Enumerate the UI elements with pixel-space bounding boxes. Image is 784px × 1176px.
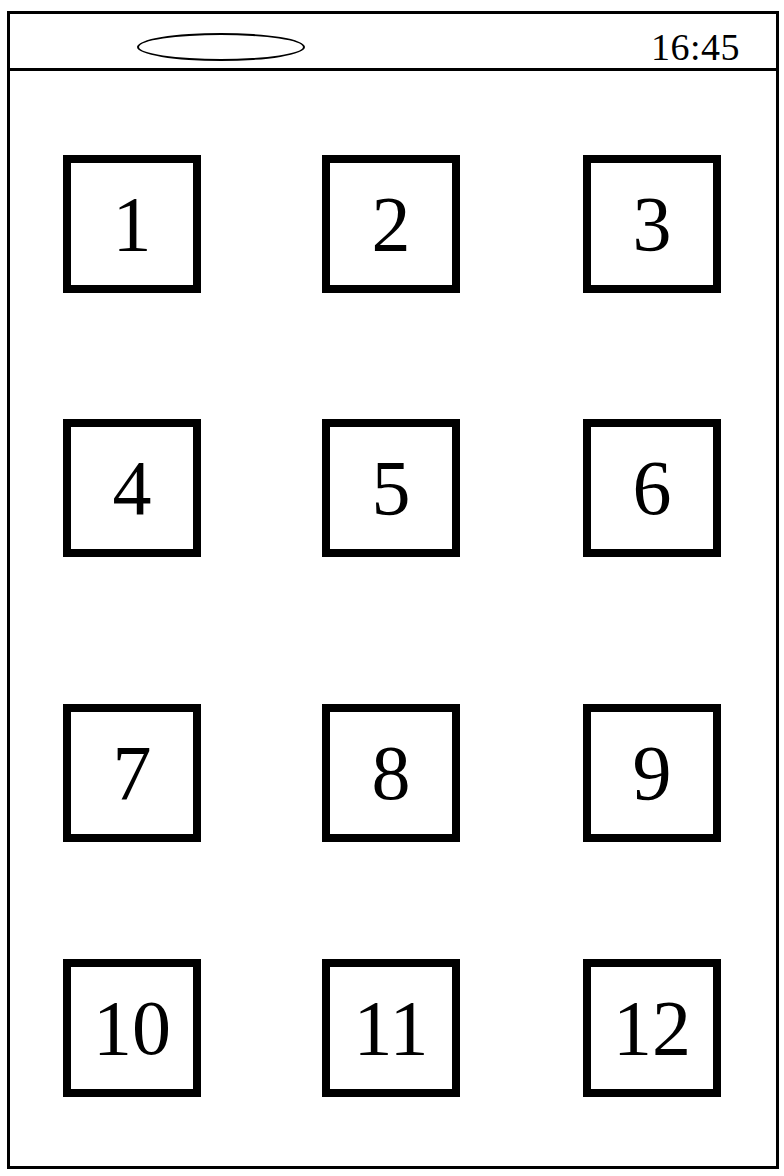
grid-cell-6[interactable]: 6 [583,419,721,557]
grid-cell-9[interactable]: 9 [583,704,721,842]
grid-cell-5[interactable]: 5 [322,419,460,557]
grid-cell-3[interactable]: 3 [583,155,721,293]
grid-cell-4[interactable]: 4 [63,419,201,557]
app-grid: 123456789101112 [63,155,721,1097]
grid-cell-11[interactable]: 11 [322,959,460,1097]
speaker-icon [137,33,305,61]
grid-cell-1[interactable]: 1 [63,155,201,293]
grid-cell-12[interactable]: 12 [583,959,721,1097]
device-screen: 16:45 123456789101112 [0,0,784,1176]
grid-cell-10[interactable]: 10 [63,959,201,1097]
grid-cell-7[interactable]: 7 [63,704,201,842]
clock-text: 16:45 [651,28,740,66]
grid-cell-2[interactable]: 2 [322,155,460,293]
grid-cell-8[interactable]: 8 [322,704,460,842]
